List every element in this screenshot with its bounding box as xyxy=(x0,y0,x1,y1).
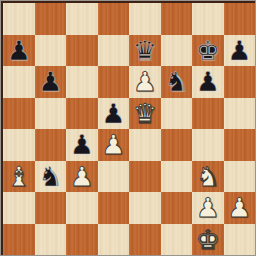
black-king[interactable]: ♚ xyxy=(196,35,220,67)
white-pawn[interactable]: ♟ xyxy=(70,161,94,193)
white-king[interactable]: ♚ xyxy=(196,224,220,256)
square-a5[interactable] xyxy=(3,98,35,130)
chess-board: ♟♛♚♟♟♟♞♟♟♛♟♟♝♞♟♞♟♟♚ xyxy=(3,3,255,255)
white-bishop[interactable]: ♝ xyxy=(7,161,31,193)
square-g3[interactable]: ♞ xyxy=(192,161,224,193)
white-pawn[interactable]: ♟ xyxy=(101,129,125,161)
square-g7[interactable]: ♚ xyxy=(192,35,224,67)
square-b2[interactable] xyxy=(35,192,67,224)
square-b3[interactable]: ♞ xyxy=(35,161,67,193)
black-knight[interactable]: ♞ xyxy=(38,161,62,193)
white-pawn[interactable]: ♟ xyxy=(133,66,157,98)
black-pawn[interactable]: ♟ xyxy=(70,129,94,161)
square-f8[interactable] xyxy=(161,3,193,35)
square-f6[interactable]: ♞ xyxy=(161,66,193,98)
square-g5[interactable] xyxy=(192,98,224,130)
square-g2[interactable]: ♟ xyxy=(192,192,224,224)
square-h7[interactable]: ♟ xyxy=(224,35,256,67)
square-a3[interactable]: ♝ xyxy=(3,161,35,193)
black-pawn[interactable]: ♟ xyxy=(227,35,251,67)
black-queen[interactable]: ♛ xyxy=(133,35,157,67)
square-c7[interactable] xyxy=(66,35,98,67)
white-pawn[interactable]: ♟ xyxy=(196,192,220,224)
square-a6[interactable] xyxy=(3,66,35,98)
square-e4[interactable] xyxy=(129,129,161,161)
black-pawn[interactable]: ♟ xyxy=(101,98,125,130)
square-d5[interactable]: ♟ xyxy=(98,98,130,130)
square-c4[interactable]: ♟ xyxy=(66,129,98,161)
square-f5[interactable] xyxy=(161,98,193,130)
square-d3[interactable] xyxy=(98,161,130,193)
black-pawn[interactable]: ♟ xyxy=(7,35,31,67)
square-e2[interactable] xyxy=(129,192,161,224)
square-d8[interactable] xyxy=(98,3,130,35)
square-e6[interactable]: ♟ xyxy=(129,66,161,98)
square-d6[interactable] xyxy=(98,66,130,98)
square-h8[interactable] xyxy=(224,3,256,35)
white-queen[interactable]: ♛ xyxy=(133,98,157,130)
square-a7[interactable]: ♟ xyxy=(3,35,35,67)
square-h1[interactable] xyxy=(224,224,256,256)
square-d1[interactable] xyxy=(98,224,130,256)
square-a1[interactable] xyxy=(3,224,35,256)
square-b6[interactable]: ♟ xyxy=(35,66,67,98)
square-b5[interactable] xyxy=(35,98,67,130)
square-c5[interactable] xyxy=(66,98,98,130)
square-c1[interactable] xyxy=(66,224,98,256)
square-f2[interactable] xyxy=(161,192,193,224)
board-frame: ♟♛♚♟♟♟♞♟♟♛♟♟♝♞♟♞♟♟♚ xyxy=(0,0,256,256)
black-pawn[interactable]: ♟ xyxy=(38,66,62,98)
square-d7[interactable] xyxy=(98,35,130,67)
square-e8[interactable] xyxy=(129,3,161,35)
square-c6[interactable] xyxy=(66,66,98,98)
white-knight[interactable]: ♞ xyxy=(196,161,220,193)
square-h2[interactable]: ♟ xyxy=(224,192,256,224)
square-d4[interactable]: ♟ xyxy=(98,129,130,161)
square-a4[interactable] xyxy=(3,129,35,161)
square-g6[interactable]: ♟ xyxy=(192,66,224,98)
square-d2[interactable] xyxy=(98,192,130,224)
square-g4[interactable] xyxy=(192,129,224,161)
square-h4[interactable] xyxy=(224,129,256,161)
square-b4[interactable] xyxy=(35,129,67,161)
square-b8[interactable] xyxy=(35,3,67,35)
square-f4[interactable] xyxy=(161,129,193,161)
square-h5[interactable] xyxy=(224,98,256,130)
square-b1[interactable] xyxy=(35,224,67,256)
square-a2[interactable] xyxy=(3,192,35,224)
square-g1[interactable]: ♚ xyxy=(192,224,224,256)
black-pawn[interactable]: ♟ xyxy=(196,66,220,98)
square-f3[interactable] xyxy=(161,161,193,193)
square-h3[interactable] xyxy=(224,161,256,193)
square-a8[interactable] xyxy=(3,3,35,35)
square-c2[interactable] xyxy=(66,192,98,224)
white-pawn[interactable]: ♟ xyxy=(227,192,251,224)
square-f7[interactable] xyxy=(161,35,193,67)
square-h6[interactable] xyxy=(224,66,256,98)
square-e5[interactable]: ♛ xyxy=(129,98,161,130)
square-e1[interactable] xyxy=(129,224,161,256)
square-b7[interactable] xyxy=(35,35,67,67)
square-c3[interactable]: ♟ xyxy=(66,161,98,193)
square-g8[interactable] xyxy=(192,3,224,35)
square-e7[interactable]: ♛ xyxy=(129,35,161,67)
black-knight[interactable]: ♞ xyxy=(164,66,188,98)
square-c8[interactable] xyxy=(66,3,98,35)
square-e3[interactable] xyxy=(129,161,161,193)
square-f1[interactable] xyxy=(161,224,193,256)
